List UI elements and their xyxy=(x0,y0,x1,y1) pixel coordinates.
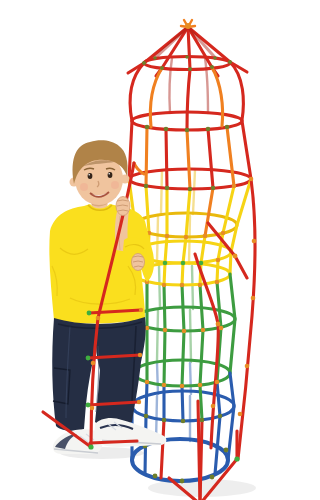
left-eye xyxy=(88,173,93,179)
tower-nose-cone xyxy=(128,20,247,76)
jeans xyxy=(52,317,145,431)
product-photo xyxy=(40,16,261,500)
scene-illustration xyxy=(40,16,261,500)
upper-hand xyxy=(116,197,130,216)
apex-starburst-connector xyxy=(181,20,195,29)
right-eye xyxy=(108,172,113,178)
dome-verticals xyxy=(130,62,243,130)
head xyxy=(70,140,130,205)
ladder-rung xyxy=(90,441,137,443)
lower-hand xyxy=(132,254,145,271)
